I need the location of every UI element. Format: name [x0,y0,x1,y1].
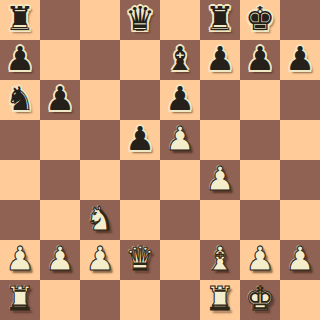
square-h5[interactable] [280,120,320,160]
square-c4[interactable] [80,160,120,200]
white-pawn[interactable]: ♟ [205,159,235,199]
white-rook[interactable]: ♜ [5,279,35,319]
square-f7[interactable]: ♟ [200,40,240,80]
black-bishop[interactable]: ♝ [165,39,195,79]
square-b6[interactable]: ♟ [40,80,80,120]
square-g8[interactable]: ♚ [240,0,280,40]
black-rook[interactable]: ♜ [5,0,35,39]
square-a3[interactable] [0,200,40,240]
square-c2[interactable]: ♟ [80,240,120,280]
white-king[interactable]: ♚ [245,279,275,319]
square-h2[interactable]: ♟ [280,240,320,280]
square-b1[interactable] [40,280,80,320]
white-pawn[interactable]: ♟ [5,239,35,279]
square-e5[interactable]: ♟ [160,120,200,160]
square-f4[interactable]: ♟ [200,160,240,200]
square-g5[interactable] [240,120,280,160]
square-b4[interactable] [40,160,80,200]
square-b5[interactable] [40,120,80,160]
square-f2[interactable]: ♝ [200,240,240,280]
square-a5[interactable] [0,120,40,160]
square-e2[interactable] [160,240,200,280]
black-pawn[interactable]: ♟ [285,39,315,79]
black-pawn[interactable]: ♟ [45,79,75,119]
square-e6[interactable]: ♟ [160,80,200,120]
square-g6[interactable] [240,80,280,120]
square-a4[interactable] [0,160,40,200]
square-d2[interactable]: ♛ [120,240,160,280]
square-d6[interactable] [120,80,160,120]
square-c3[interactable]: ♞ [80,200,120,240]
black-queen[interactable]: ♛ [125,0,155,39]
square-f8[interactable]: ♜ [200,0,240,40]
square-a6[interactable]: ♞ [0,80,40,120]
black-pawn[interactable]: ♟ [125,119,155,159]
white-pawn[interactable]: ♟ [45,239,75,279]
white-pawn[interactable]: ♟ [285,239,315,279]
square-d5[interactable]: ♟ [120,120,160,160]
square-e7[interactable]: ♝ [160,40,200,80]
square-d8[interactable]: ♛ [120,0,160,40]
square-g2[interactable]: ♟ [240,240,280,280]
white-pawn[interactable]: ♟ [245,239,275,279]
square-d3[interactable] [120,200,160,240]
square-b2[interactable]: ♟ [40,240,80,280]
black-pawn[interactable]: ♟ [165,79,195,119]
square-e3[interactable] [160,200,200,240]
square-f1[interactable]: ♜ [200,280,240,320]
square-a8[interactable]: ♜ [0,0,40,40]
square-c1[interactable] [80,280,120,320]
square-h6[interactable] [280,80,320,120]
square-h7[interactable]: ♟ [280,40,320,80]
square-e1[interactable] [160,280,200,320]
square-g1[interactable]: ♚ [240,280,280,320]
square-f3[interactable] [200,200,240,240]
square-f5[interactable] [200,120,240,160]
square-g4[interactable] [240,160,280,200]
square-b3[interactable] [40,200,80,240]
square-h4[interactable] [280,160,320,200]
square-e4[interactable] [160,160,200,200]
square-h3[interactable] [280,200,320,240]
square-a7[interactable]: ♟ [0,40,40,80]
white-bishop[interactable]: ♝ [205,239,235,279]
square-c6[interactable] [80,80,120,120]
white-rook[interactable]: ♜ [205,279,235,319]
black-knight[interactable]: ♞ [5,79,35,119]
chess-board: ♜♛♜♚♟♝♟♟♟♞♟♟♟♟♟♞♟♟♟♛♝♟♟♜♜♚ [0,0,320,320]
square-a1[interactable]: ♜ [0,280,40,320]
black-rook[interactable]: ♜ [205,0,235,39]
white-pawn[interactable]: ♟ [85,239,115,279]
square-e8[interactable] [160,0,200,40]
square-h8[interactable] [280,0,320,40]
square-c8[interactable] [80,0,120,40]
square-a2[interactable]: ♟ [0,240,40,280]
white-knight[interactable]: ♞ [85,199,115,239]
square-c7[interactable] [80,40,120,80]
square-d4[interactable] [120,160,160,200]
square-b8[interactable] [40,0,80,40]
black-pawn[interactable]: ♟ [245,39,275,79]
black-king[interactable]: ♚ [245,0,275,39]
square-d1[interactable] [120,280,160,320]
black-pawn[interactable]: ♟ [5,39,35,79]
square-c5[interactable] [80,120,120,160]
square-h1[interactable] [280,280,320,320]
black-pawn[interactable]: ♟ [205,39,235,79]
white-queen[interactable]: ♛ [125,239,155,279]
square-b7[interactable] [40,40,80,80]
square-g3[interactable] [240,200,280,240]
square-d7[interactable] [120,40,160,80]
white-pawn[interactable]: ♟ [165,119,195,159]
square-f6[interactable] [200,80,240,120]
square-g7[interactable]: ♟ [240,40,280,80]
